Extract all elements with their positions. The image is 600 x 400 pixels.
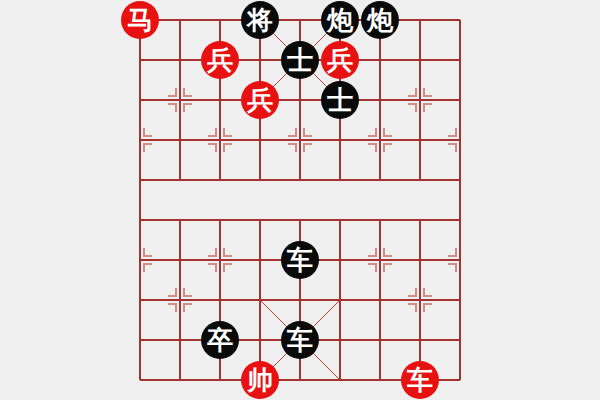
piece-black-chariot-1[interactable]: 车 [280,240,320,280]
piece-glyph: 兵 [321,41,359,79]
piece-black-cannon-1[interactable]: 炮 [320,0,360,40]
piece-glyph: 车 [281,321,319,359]
piece-glyph: 马 [121,1,159,39]
piece-red-horse[interactable]: 马 [120,0,160,40]
piece-black-general[interactable]: 将 [240,0,280,40]
piece-glyph: 炮 [361,1,399,39]
piece-red-general[interactable]: 帅 [240,360,280,400]
piece-glyph: 炮 [321,1,359,39]
piece-black-advisor-2[interactable]: 士 [320,80,360,120]
piece-glyph: 兵 [241,81,279,119]
piece-black-advisor-1[interactable]: 士 [280,40,320,80]
piece-glyph: 将 [241,1,279,39]
board-grid: 马将炮炮兵士兵兵士车卒车帅车 [120,0,480,400]
piece-glyph: 帅 [241,361,279,399]
piece-red-soldier-1[interactable]: 兵 [200,40,240,80]
piece-glyph: 车 [281,241,319,279]
xiangqi-diagram: 马将炮炮兵士兵兵士车卒车帅车 [0,0,600,400]
piece-glyph: 兵 [201,41,239,79]
piece-red-soldier-2[interactable]: 兵 [320,40,360,80]
piece-glyph: 士 [321,81,359,119]
piece-red-soldier-3[interactable]: 兵 [240,80,280,120]
piece-black-soldier[interactable]: 卒 [200,320,240,360]
piece-glyph: 士 [281,41,319,79]
piece-glyph: 卒 [201,321,239,359]
piece-black-chariot-2[interactable]: 车 [280,320,320,360]
piece-red-chariot[interactable]: 车 [400,360,440,400]
piece-black-cannon-2[interactable]: 炮 [360,0,400,40]
piece-glyph: 车 [401,361,439,399]
